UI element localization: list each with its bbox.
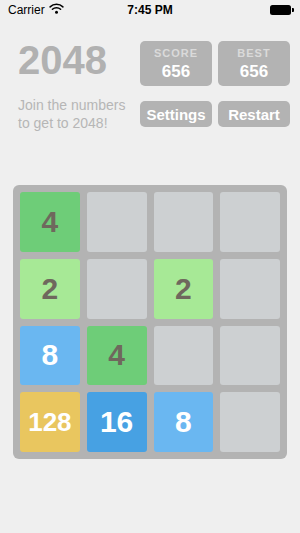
restart-button[interactable]: Restart	[218, 101, 290, 127]
score-value: 656	[140, 62, 212, 82]
best-label: BEST	[218, 47, 290, 59]
tile-2: 2	[154, 259, 214, 319]
tile-8: 8	[20, 326, 80, 386]
empty-cell	[154, 192, 214, 252]
best-value: 656	[218, 62, 290, 82]
battery-icon	[270, 5, 291, 15]
empty-cell	[154, 326, 214, 386]
empty-cell	[87, 192, 147, 252]
tile-16: 16	[87, 392, 147, 452]
tile-4: 4	[87, 326, 147, 386]
empty-cell	[87, 259, 147, 319]
score-label: SCORE	[140, 47, 212, 59]
app-subtitle: Join the numbersto get to 2048!	[18, 96, 125, 132]
tile-8: 8	[154, 392, 214, 452]
empty-cell	[220, 326, 280, 386]
app-title: 2048	[18, 40, 107, 80]
empty-cell	[220, 259, 280, 319]
empty-cell	[220, 392, 280, 452]
app-screen: Carrier 7:45 PM 2048 Join the numbersto …	[0, 0, 300, 533]
tile-128: 128	[20, 392, 80, 452]
game-board[interactable]: 42284128168	[13, 185, 287, 459]
empty-cell	[220, 192, 280, 252]
status-time: 7:45 PM	[0, 3, 300, 17]
subtitle-line-1: Join the numbers	[18, 97, 125, 113]
tile-4: 4	[20, 192, 80, 252]
settings-button[interactable]: Settings	[140, 101, 212, 127]
tile-2: 2	[20, 259, 80, 319]
score-box: SCORE 656	[140, 41, 212, 86]
subtitle-line-2: to get to 2048!	[18, 115, 108, 131]
status-right	[270, 5, 291, 15]
best-box: BEST 656	[218, 41, 290, 86]
status-bar: Carrier 7:45 PM	[0, 0, 300, 20]
